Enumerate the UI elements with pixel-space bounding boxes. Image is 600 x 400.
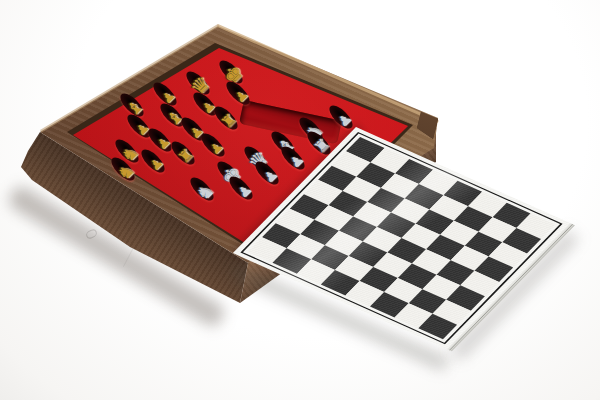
- silver-knight-piece: ♞: [193, 180, 217, 204]
- gold-knight-piece: ♞: [114, 160, 138, 184]
- chess-set-photo: ♚♛♟♝♟♟♝♟♜♟♟♞♟♜♟♞♟♞♝♛♚♞♜♟♟♟: [0, 0, 600, 400]
